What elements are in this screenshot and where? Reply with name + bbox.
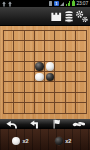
notification-arrow-icon [2,1,6,7]
white-disc-icon [12,137,20,145]
redo-icon [29,120,39,129]
board-cell-h1[interactable] [76,31,86,41]
white-stone [35,73,43,81]
board-cell-e5[interactable] [45,72,55,82]
black-count-label: x2 [65,137,71,145]
board-cell-f2[interactable] [55,41,65,51]
battery-icon [72,1,75,6]
board-cell-a2[interactable] [4,41,14,51]
handshake-icon [72,120,86,128]
status-bar-left [2,1,12,7]
board-cell-b5[interactable] [14,72,24,82]
black-stone [35,62,43,70]
black-disc-icon [55,137,63,145]
board-cell-c3[interactable] [25,52,35,62]
board-cell-g5[interactable] [66,72,76,82]
white-score-counter: x2 [12,132,29,150]
action-bar [0,7,90,26]
settings-gears-icon [75,10,88,23]
clock: 23:07 [76,0,88,7]
results-button[interactable] [49,8,62,25]
board-cell-f3[interactable] [55,52,65,62]
board-cell-d7[interactable] [35,93,45,103]
status-bar: 1 23:07 [0,0,90,7]
board-cell-a8[interactable] [4,103,14,113]
board-cell-a6[interactable] [4,82,14,92]
board-grid [3,30,87,114]
board-cell-d2[interactable] [35,41,45,51]
board-cell-d3[interactable] [35,52,45,62]
settings-button[interactable] [75,8,88,25]
board-cell-e1[interactable] [45,31,55,41]
board-cell-a1[interactable] [4,31,14,41]
black-score-counter: x2 [55,132,72,150]
board-cell-c8[interactable] [25,103,35,113]
notification-count-badge: 1 [54,1,59,6]
app-window: 1 23:07 [0,0,90,150]
game-board [0,26,90,119]
board-cell-f8[interactable] [55,103,65,113]
resign-flag-button[interactable] [49,119,63,129]
board-cell-g8[interactable] [66,103,76,113]
board-cell-c6[interactable] [25,82,35,92]
board-cell-e3[interactable] [45,52,55,62]
board-cell-b4[interactable] [14,62,24,72]
board-cell-h7[interactable] [76,93,86,103]
status-bar-right: 1 23:07 [49,0,88,7]
board-cell-g4[interactable] [66,62,76,72]
board-cell-d8[interactable] [35,103,45,113]
board-cell-d5[interactable] [35,72,45,82]
bottom-toolbar [0,119,90,129]
notification-arrow-icon [8,1,12,7]
board-cell-c4[interactable] [25,62,35,72]
handshake-button[interactable] [72,119,86,129]
disc-stack-icon [64,10,74,23]
board-cell-a7[interactable] [4,93,14,103]
board-cell-a3[interactable] [4,52,14,62]
white-stone [46,62,54,70]
board-cell-c1[interactable] [25,31,35,41]
board-cell-c5[interactable] [25,72,35,82]
flag-icon [52,119,61,129]
board-cell-a4[interactable] [4,62,14,72]
board-cell-a5[interactable] [4,72,14,82]
score-tray: x2 x2 [0,129,90,150]
board-cell-e2[interactable] [45,41,55,51]
white-count-label: x2 [23,137,29,145]
board-cell-h8[interactable] [76,103,86,113]
signal-triangle-icon [60,2,64,6]
board-cell-f1[interactable] [55,31,65,41]
undo-icon [5,120,18,129]
signal-bars-icon [66,1,71,6]
undo-button[interactable] [4,119,18,129]
board-cell-e6[interactable] [45,82,55,92]
board-cell-b7[interactable] [14,93,24,103]
board-cell-h4[interactable] [76,62,86,72]
board-cell-b1[interactable] [14,31,24,41]
board-cell-d6[interactable] [35,82,45,92]
board-cell-g6[interactable] [66,82,76,92]
board-cell-h3[interactable] [76,52,86,62]
crown-icon [50,11,62,22]
board-cell-c2[interactable] [25,41,35,51]
black-stone [46,73,54,81]
board-cell-b3[interactable] [14,52,24,62]
board-cell-c7[interactable] [25,93,35,103]
board-cell-g7[interactable] [66,93,76,103]
board-cell-b8[interactable] [14,103,24,113]
board-cell-b6[interactable] [14,82,24,92]
board-cell-d1[interactable] [35,31,45,41]
board-cell-d4[interactable] [35,62,45,72]
board-cell-g1[interactable] [66,31,76,41]
board-cell-f4[interactable] [55,62,65,72]
board-cell-g3[interactable] [66,52,76,62]
redo-button[interactable] [27,119,41,129]
board-cell-h6[interactable] [76,82,86,92]
board-cell-g2[interactable] [66,41,76,51]
board-cell-f5[interactable] [55,72,65,82]
board-cell-b2[interactable] [14,41,24,51]
board-cell-h2[interactable] [76,41,86,51]
board-cell-f7[interactable] [55,93,65,103]
board-cell-f6[interactable] [55,82,65,92]
board-cell-e7[interactable] [45,93,55,103]
board-cell-e8[interactable] [45,103,55,113]
misc-status-icon [49,1,53,6]
disc-stack-button[interactable] [62,8,75,25]
board-cell-h5[interactable] [76,72,86,82]
board-cell-e4[interactable] [45,62,55,72]
